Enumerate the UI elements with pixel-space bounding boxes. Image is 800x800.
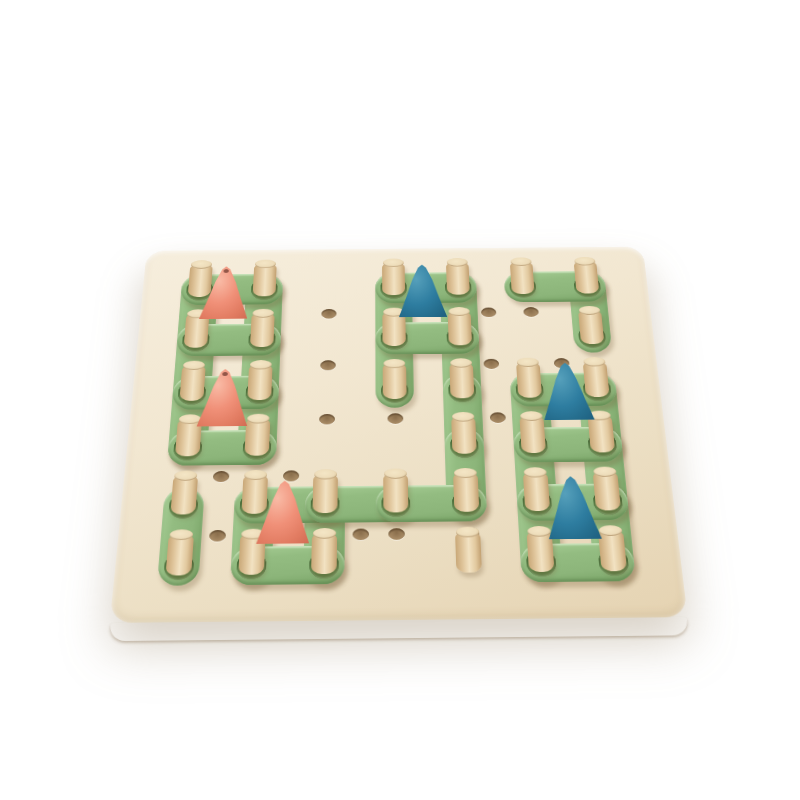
scene xyxy=(0,0,800,800)
cone-salmon-3[interactable] xyxy=(254,480,312,543)
cone-teal-2[interactable] xyxy=(539,363,597,420)
cone-teal-1[interactable] xyxy=(397,264,449,317)
cone-salmon-1[interactable] xyxy=(197,266,251,319)
board-perspective-wrapper xyxy=(110,247,688,623)
cone-salmon-2[interactable] xyxy=(195,369,252,427)
cone-tip-hole xyxy=(222,372,228,376)
cone-tip-hole xyxy=(223,269,228,273)
pegboard xyxy=(110,247,688,623)
cones-layer xyxy=(110,247,688,623)
cone-teal-3[interactable] xyxy=(543,476,604,539)
